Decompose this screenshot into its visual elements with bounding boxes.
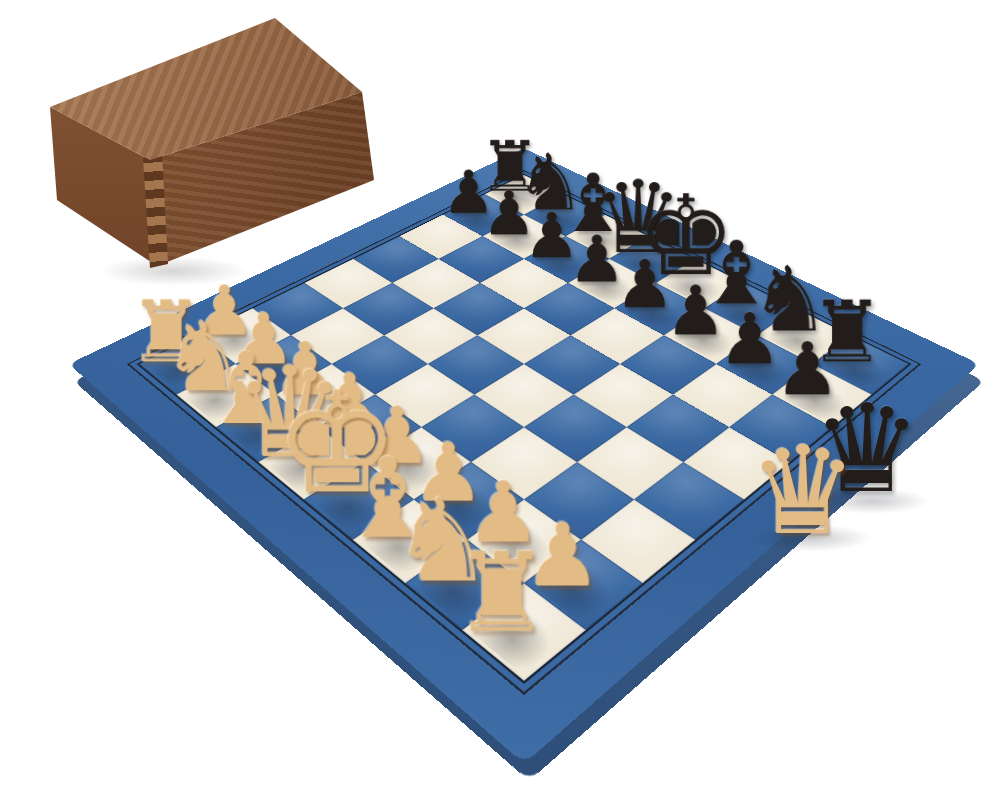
chess-set-product-photo: ♜♞♝♛♚♝♞♜♟♟♟♟♟♟♟♟♟♟♟♟♟♟♟♟♜♞♝♛♚♝♞♜ ♛ ♛ — [0, 0, 1000, 800]
chess-board: ♜♞♝♛♚♝♞♜♟♟♟♟♟♟♟♟♟♟♟♟♟♟♟♟♜♞♝♛♚♝♞♜ — [202, 42, 846, 686]
square-h1: ♜ — [462, 583, 585, 681]
white-rook: ♜ — [385, 538, 619, 647]
spare-white-queen: ♛ — [748, 430, 857, 552]
square-d5 — [477, 308, 570, 364]
